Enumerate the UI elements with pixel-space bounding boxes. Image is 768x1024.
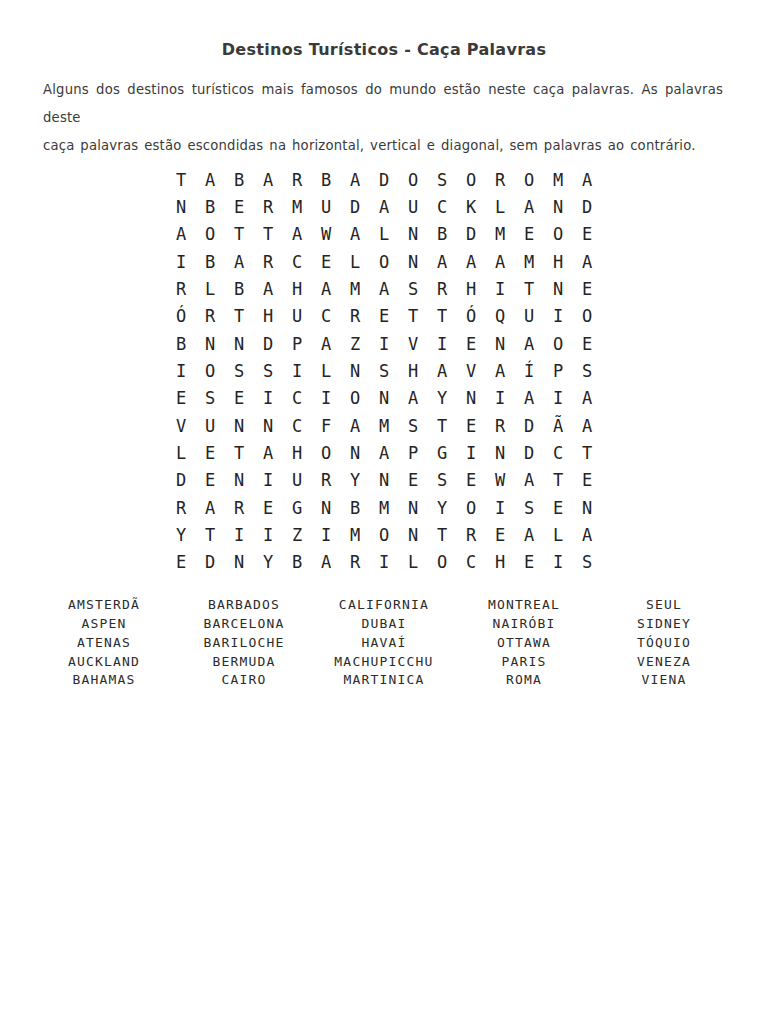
grid-cell: I <box>486 385 515 412</box>
grid-cell: N <box>225 412 254 439</box>
grid-cell: L <box>341 248 370 275</box>
grid-cell: R <box>196 303 225 330</box>
grid-cell: N <box>167 193 196 220</box>
grid-cell: U <box>196 412 225 439</box>
grid-cell: E <box>544 494 573 521</box>
grid-cell: M <box>341 521 370 548</box>
grid-cell: V <box>167 412 196 439</box>
grid-cell: M <box>370 494 399 521</box>
grid-cell: R <box>341 303 370 330</box>
word-list-column-5: SEULSIDNEYTÓQUIOVENEZAVIENA <box>594 596 734 690</box>
grid-cell: N <box>486 439 515 466</box>
grid-cell: A <box>486 357 515 384</box>
grid-cell: O <box>457 166 486 193</box>
word-list-column-3: CALIFORNIADUBAIHAVAÍMACHUPICCHUMARTINICA <box>314 596 454 690</box>
grid-cell: N <box>486 330 515 357</box>
grid-cell: N <box>370 467 399 494</box>
grid-cell: H <box>399 357 428 384</box>
grid-cell: N <box>457 385 486 412</box>
grid-cell: Y <box>254 549 283 576</box>
grid-cell: I <box>283 357 312 384</box>
grid-cell: A <box>428 357 457 384</box>
grid-cell: A <box>254 166 283 193</box>
grid-cell: C <box>283 385 312 412</box>
grid-cell: I <box>370 549 399 576</box>
grid-cell: U <box>283 303 312 330</box>
grid-cell: I <box>428 330 457 357</box>
grid-cell: R <box>341 549 370 576</box>
grid-cell: E <box>573 275 602 302</box>
word-list-item: CALIFORNIA <box>314 596 454 615</box>
grid-cell: C <box>312 303 341 330</box>
grid-cell: R <box>312 467 341 494</box>
grid-cell: S <box>515 494 544 521</box>
grid-cell: R <box>283 166 312 193</box>
grid-cell: E <box>225 193 254 220</box>
grid-cell: O <box>544 221 573 248</box>
grid-cell: B <box>225 275 254 302</box>
grid-cell: A <box>573 385 602 412</box>
grid-cell: P <box>399 439 428 466</box>
grid-cell: R <box>254 193 283 220</box>
grid-cell: B <box>428 221 457 248</box>
grid-cell: I <box>544 303 573 330</box>
word-list-item: TÓQUIO <box>594 634 734 653</box>
grid-cell: E <box>196 467 225 494</box>
grid-cell: E <box>573 467 602 494</box>
grid-cell: Z <box>341 330 370 357</box>
grid-cell: I <box>254 467 283 494</box>
grid-cell: I <box>370 330 399 357</box>
grid-cell: B <box>283 549 312 576</box>
grid-cell: N <box>196 330 225 357</box>
grid-cell: P <box>544 357 573 384</box>
word-list-item: BERMUDA <box>174 653 314 672</box>
grid-cell: D <box>254 330 283 357</box>
word-list-item: MACHUPICCHU <box>314 653 454 672</box>
grid-cell: L <box>312 357 341 384</box>
grid-cell: G <box>428 439 457 466</box>
grid-cell: S <box>428 467 457 494</box>
grid-cell: L <box>196 275 225 302</box>
grid-cell: T <box>254 221 283 248</box>
grid-cell: O <box>457 494 486 521</box>
grid-cell: N <box>370 385 399 412</box>
grid-cell: A <box>312 330 341 357</box>
grid-cell: M <box>544 166 573 193</box>
grid-cell: N <box>341 439 370 466</box>
word-list-item: MONTREAL <box>454 596 594 615</box>
grid-cell: D <box>341 193 370 220</box>
grid-cell: E <box>167 385 196 412</box>
grid-cell: S <box>428 166 457 193</box>
worksheet-page: Destinos Turísticos - Caça Palavras Algu… <box>0 0 768 1024</box>
intro-text: Alguns dos destinos turísticos mais famo… <box>43 76 723 160</box>
grid-cell: L <box>544 521 573 548</box>
grid-cell: H <box>457 275 486 302</box>
grid-cell: N <box>399 221 428 248</box>
grid-cell: A <box>573 248 602 275</box>
grid-cell: P <box>283 330 312 357</box>
grid-cell: U <box>312 193 341 220</box>
grid-cell: E <box>254 494 283 521</box>
grid-cell: T <box>573 439 602 466</box>
word-list-item: SEUL <box>594 596 734 615</box>
grid-cell: N <box>544 193 573 220</box>
grid-cell: N <box>399 521 428 548</box>
grid-cell: T <box>544 467 573 494</box>
grid-cell: H <box>283 275 312 302</box>
grid-cell: K <box>457 193 486 220</box>
grid-cell: D <box>515 439 544 466</box>
grid-cell: W <box>486 467 515 494</box>
word-list-item: BARBADOS <box>174 596 314 615</box>
grid-cell: S <box>573 357 602 384</box>
grid-cell: Í <box>515 357 544 384</box>
grid-cell: A <box>428 248 457 275</box>
grid-cell: S <box>225 357 254 384</box>
grid-cell: A <box>515 467 544 494</box>
grid-cell: E <box>167 549 196 576</box>
grid-cell: T <box>428 412 457 439</box>
grid-cell: A <box>399 385 428 412</box>
grid-cell: E <box>515 221 544 248</box>
grid-cell: E <box>399 467 428 494</box>
grid-cell: E <box>457 467 486 494</box>
grid-cell: T <box>167 166 196 193</box>
grid-cell: D <box>196 549 225 576</box>
grid-cell: O <box>196 221 225 248</box>
grid-cell: A <box>196 166 225 193</box>
word-list-item: AMSTERDÃ <box>34 596 174 615</box>
word-list-item: ROMA <box>454 671 594 690</box>
grid-cell: A <box>341 221 370 248</box>
grid-cell: R <box>167 494 196 521</box>
grid-cell: R <box>428 275 457 302</box>
word-list-item: OTTAWA <box>454 634 594 653</box>
grid-cell: D <box>167 467 196 494</box>
grid-cell: M <box>370 412 399 439</box>
word-list-item: BARILOCHE <box>174 634 314 653</box>
grid-cell: M <box>341 275 370 302</box>
grid-cell: L <box>370 221 399 248</box>
grid-cell: O <box>370 248 399 275</box>
grid-cell: A <box>341 166 370 193</box>
grid-cell: E <box>457 330 486 357</box>
grid-cell: I <box>544 385 573 412</box>
grid-cell: R <box>254 248 283 275</box>
grid-cell: L <box>486 193 515 220</box>
grid-cell: O <box>312 439 341 466</box>
grid-cell: I <box>544 549 573 576</box>
grid-cell: B <box>196 248 225 275</box>
page-title: Destinos Turísticos - Caça Palavras <box>0 0 768 60</box>
grid-cell: A <box>370 275 399 302</box>
grid-cell: T <box>428 521 457 548</box>
grid-cell: D <box>573 193 602 220</box>
grid-cell: B <box>196 193 225 220</box>
word-list-item: BARCELONA <box>174 615 314 634</box>
grid-cell: I <box>486 494 515 521</box>
grid-cell: N <box>312 494 341 521</box>
grid-cell: I <box>457 439 486 466</box>
grid-cell: N <box>225 549 254 576</box>
word-list-item: ASPEN <box>34 615 174 634</box>
grid-cell: C <box>283 248 312 275</box>
grid-cell: Ó <box>457 303 486 330</box>
grid-cell: Z <box>283 521 312 548</box>
grid-cell: U <box>515 303 544 330</box>
grid-cell: O <box>370 521 399 548</box>
grid-cell: I <box>167 357 196 384</box>
grid-cell: N <box>573 494 602 521</box>
word-list-item: CAIRO <box>174 671 314 690</box>
grid-cell: A <box>515 330 544 357</box>
grid-cell: D <box>515 412 544 439</box>
grid-cell: S <box>399 412 428 439</box>
grid-cell: I <box>312 521 341 548</box>
grid-cell: B <box>167 330 196 357</box>
grid-cell: Y <box>341 467 370 494</box>
grid-cell: O <box>399 166 428 193</box>
grid-cell: T <box>399 303 428 330</box>
word-list-item: SIDNEY <box>594 615 734 634</box>
grid-cell: U <box>399 193 428 220</box>
grid-cell: B <box>312 166 341 193</box>
grid-cell: Q <box>486 303 515 330</box>
word-list: AMSTERDÃASPENATENASAUCKLANDBAHAMASBARBAD… <box>34 596 734 690</box>
grid-cell: Y <box>167 521 196 548</box>
grid-cell: R <box>167 275 196 302</box>
grid-cell: N <box>225 467 254 494</box>
grid-cell: A <box>486 248 515 275</box>
word-list-item: MARTINICA <box>314 671 454 690</box>
grid-cell: A <box>312 275 341 302</box>
grid-cell: N <box>399 248 428 275</box>
grid-cell: O <box>428 549 457 576</box>
grid-cell: R <box>225 494 254 521</box>
word-list-item: NAIRÓBI <box>454 615 594 634</box>
grid-cell: C <box>283 412 312 439</box>
grid-cell: I <box>225 521 254 548</box>
grid-cell: A <box>283 221 312 248</box>
word-list-column-2: BARBADOSBARCELONABARILOCHEBERMUDACAIRO <box>174 596 314 690</box>
grid-cell: A <box>370 193 399 220</box>
grid-cell: C <box>428 193 457 220</box>
grid-cell: H <box>486 549 515 576</box>
word-list-item: ATENAS <box>34 634 174 653</box>
grid-cell: E <box>457 412 486 439</box>
word-list-column-4: MONTREALNAIRÓBIOTTAWAPARISROMA <box>454 596 594 690</box>
grid-cell: A <box>370 439 399 466</box>
grid-cell: B <box>341 494 370 521</box>
grid-cell: A <box>196 494 225 521</box>
grid-cell: R <box>486 166 515 193</box>
grid-cell: H <box>283 439 312 466</box>
word-list-item: PARIS <box>454 653 594 672</box>
word-list-column-1: AMSTERDÃASPENATENASAUCKLANDBAHAMAS <box>34 596 174 690</box>
grid-cell: A <box>573 412 602 439</box>
word-search-grid: TABARBADOSOROMANBERMUDAUCKLANDAOTTAWALNB… <box>167 166 602 576</box>
grid-cell: A <box>573 521 602 548</box>
grid-cell: E <box>573 330 602 357</box>
grid-cell: N <box>341 357 370 384</box>
grid-cell: A <box>515 193 544 220</box>
grid-cell: E <box>225 385 254 412</box>
grid-cell: M <box>283 193 312 220</box>
grid-cell: N <box>399 494 428 521</box>
grid-cell: A <box>457 248 486 275</box>
grid-cell: L <box>167 439 196 466</box>
grid-cell: A <box>341 412 370 439</box>
grid-cell: O <box>544 330 573 357</box>
grid-cell: S <box>254 357 283 384</box>
grid-cell: B <box>225 166 254 193</box>
grid-cell: Ã <box>544 412 573 439</box>
word-list-item: DUBAI <box>314 615 454 634</box>
grid-cell: A <box>254 439 283 466</box>
grid-cell: A <box>167 221 196 248</box>
grid-cell: I <box>312 385 341 412</box>
grid-cell: O <box>196 357 225 384</box>
grid-cell: D <box>457 221 486 248</box>
grid-cell: A <box>312 549 341 576</box>
grid-cell: M <box>486 221 515 248</box>
word-list-item: BAHAMAS <box>34 671 174 690</box>
grid-cell: F <box>312 412 341 439</box>
grid-cell: R <box>457 521 486 548</box>
grid-cell: I <box>167 248 196 275</box>
word-list-item: AUCKLAND <box>34 653 174 672</box>
grid-cell: A <box>225 248 254 275</box>
grid-cell: N <box>225 330 254 357</box>
grid-cell: T <box>196 521 225 548</box>
grid-cell: T <box>225 303 254 330</box>
grid-cell: C <box>457 549 486 576</box>
grid-cell: T <box>515 275 544 302</box>
grid-cell: Y <box>428 385 457 412</box>
grid-cell: O <box>341 385 370 412</box>
grid-cell: I <box>254 385 283 412</box>
grid-cell: N <box>254 412 283 439</box>
word-list-item: VENEZA <box>594 653 734 672</box>
grid-cell: D <box>370 166 399 193</box>
grid-cell: N <box>544 275 573 302</box>
grid-cell: A <box>515 385 544 412</box>
grid-cell: L <box>399 549 428 576</box>
grid-cell: R <box>486 412 515 439</box>
grid-cell: A <box>515 521 544 548</box>
grid-cell: E <box>486 521 515 548</box>
grid-cell: T <box>225 439 254 466</box>
grid-cell: V <box>457 357 486 384</box>
grid-cell: T <box>225 221 254 248</box>
grid-cell: I <box>254 521 283 548</box>
grid-cell: O <box>573 303 602 330</box>
intro-line-2: caça palavras estão escondidas na horizo… <box>43 132 723 160</box>
grid-cell: O <box>515 166 544 193</box>
grid-cell: E <box>370 303 399 330</box>
grid-cell: E <box>196 439 225 466</box>
grid-cell: I <box>486 275 515 302</box>
word-list-item: VIENA <box>594 671 734 690</box>
grid-cell: W <box>312 221 341 248</box>
grid-cell: H <box>544 248 573 275</box>
grid-cell: S <box>573 549 602 576</box>
grid-cell: G <box>283 494 312 521</box>
intro-line-1: Alguns dos destinos turísticos mais famo… <box>43 76 723 132</box>
grid-cell: E <box>312 248 341 275</box>
grid-cell: T <box>428 303 457 330</box>
grid-cell: E <box>573 221 602 248</box>
grid-cell: M <box>515 248 544 275</box>
grid-cell: H <box>254 303 283 330</box>
grid-cell: S <box>370 357 399 384</box>
grid-cell: A <box>573 166 602 193</box>
word-list-item: HAVAÍ <box>314 634 454 653</box>
grid-cell: E <box>515 549 544 576</box>
grid-cell: A <box>254 275 283 302</box>
grid-cell: V <box>399 330 428 357</box>
grid-cell: S <box>399 275 428 302</box>
grid-cell: U <box>283 467 312 494</box>
grid-cell: C <box>544 439 573 466</box>
grid-cell: Ó <box>167 303 196 330</box>
grid-cell: S <box>196 385 225 412</box>
grid-cell: Y <box>428 494 457 521</box>
